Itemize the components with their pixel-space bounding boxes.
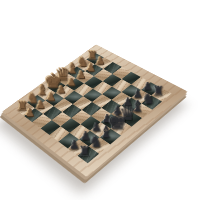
- square-b5: [112, 79, 131, 92]
- chess-set-photo: ♜♟♟♜♞♟♟♞♝♟♟♝♛♟♟♛♚♟♟♚♝♟♟♝♞♟♟♞♜♟♟♜: [0, 0, 200, 200]
- board-grid: ♜♟♟♜♞♟♟♞♝♟♟♝♛♟♟♛♚♟♟♚♝♟♟♝♞♟♟♞♜♟♟♜: [16, 53, 171, 163]
- chess-board: ♜♟♟♜♞♟♟♞♝♟♟♝♛♟♟♛♚♟♟♚♝♟♟♝♞♟♟♞♜♟♟♜: [2, 44, 188, 177]
- board-perspective-wrapper: ♜♟♟♜♞♟♟♞♝♟♟♝♛♟♟♛♚♟♟♚♝♟♟♝♞♟♟♞♜♟♟♜: [0, 0, 200, 200]
